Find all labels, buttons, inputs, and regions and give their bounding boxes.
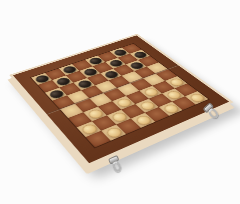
clasp-hook-icon	[111, 160, 123, 173]
product-photo: ⛂⛂⛂⛂⛂⛂⛂⛂⛂⛂⛂⛂⛀⛀⛀⛀⛀⛀⛀⛀⛀⛀⛀⛀	[0, 0, 240, 204]
board-grid: ⛂⛂⛂⛂⛂⛂⛂⛂⛂⛂⛂⛂⛀⛀⛀⛀⛀⛀⛀⛀⛀⛀⛀⛀	[31, 44, 208, 148]
board-frame: ⛂⛂⛂⛂⛂⛂⛂⛂⛂⛂⛂⛂⛀⛀⛀⛀⛀⛀⛀⛀⛀⛀⛀⛀	[9, 34, 233, 167]
checkers-board: ⛂⛂⛂⛂⛂⛂⛂⛂⛂⛂⛂⛂⛀⛀⛀⛀⛀⛀⛀⛀⛀⛀⛀⛀	[9, 34, 233, 167]
clasp-hook-icon	[207, 107, 220, 121]
metal-clasp-front	[106, 154, 128, 180]
